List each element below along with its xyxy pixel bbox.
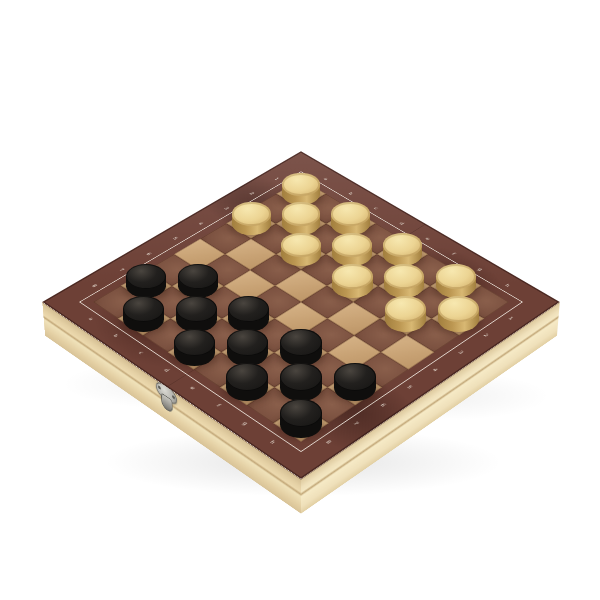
coordinate-label: b [348, 192, 355, 196]
coordinate-label: a [323, 177, 329, 181]
board-square [274, 335, 327, 369]
coordinate-label: f [216, 403, 222, 407]
board-square [328, 335, 381, 369]
coordinate-label: d [163, 368, 170, 373]
board-square [274, 370, 328, 406]
checkers-board: abcdefgh abcdefgh 12345678 12345678 [42, 151, 560, 479]
coordinate-label: g [477, 267, 484, 271]
coordinate-label: c [373, 206, 379, 210]
board-square [380, 302, 432, 335]
board-square [220, 370, 274, 406]
board-square [118, 302, 170, 335]
board-square [355, 352, 409, 387]
coordinate-label: 5 [406, 385, 413, 390]
board-square [194, 352, 248, 387]
coordinate-label: d [398, 221, 405, 225]
board-square [143, 318, 196, 352]
board-square [328, 370, 382, 406]
board-square [327, 302, 379, 335]
board-square [222, 302, 274, 335]
coordinate-label: b [112, 333, 119, 338]
coordinate-label: h [504, 283, 511, 287]
coordinate-label: 3 [457, 350, 464, 355]
board-square [221, 335, 274, 369]
board-square [354, 318, 407, 352]
coordinate-label: 8 [91, 284, 98, 288]
board-square [246, 387, 301, 423]
board-top-surface: abcdefgh abcdefgh 12345678 12345678 [42, 151, 560, 479]
coordinate-label: 2 [482, 333, 489, 338]
coordinate-label: a [87, 317, 94, 321]
board-square [248, 318, 301, 352]
board-square [275, 302, 327, 335]
coordinate-label: 7 [118, 268, 125, 272]
coordinate-label: e [424, 237, 431, 241]
coordinate-label: 8 [325, 439, 332, 444]
coordinate-label: 5 [172, 237, 179, 241]
coordinate-label: g [241, 421, 248, 426]
coordinate-label: 4 [198, 221, 205, 225]
board-square [195, 318, 248, 352]
coordinate-label: 3 [223, 206, 230, 210]
coordinate-label: 4 [432, 367, 439, 372]
coordinate-label: 2 [248, 192, 255, 196]
board-square [301, 387, 356, 423]
board-square [381, 335, 434, 369]
coordinate-label: 6 [379, 403, 386, 408]
coordinate-label: e [189, 385, 196, 390]
coordinate-label: f [451, 252, 456, 255]
coordinate-label: 1 [273, 177, 280, 181]
board-square [301, 318, 354, 352]
coordinate-label: c [138, 351, 145, 355]
board-square [407, 318, 460, 352]
coordinate-label: 1 [507, 316, 514, 320]
board-square [168, 335, 221, 369]
board-square [301, 352, 355, 387]
coordinate-label: 7 [353, 421, 360, 426]
board-square [432, 302, 484, 335]
board-square [170, 302, 222, 335]
coordinate-label: 6 [145, 252, 152, 256]
product-photo-scene: abcdefgh abcdefgh 12345678 12345678 [0, 0, 600, 600]
board-square [247, 352, 301, 387]
coordinate-label: h [269, 440, 276, 445]
board-square [273, 405, 328, 442]
